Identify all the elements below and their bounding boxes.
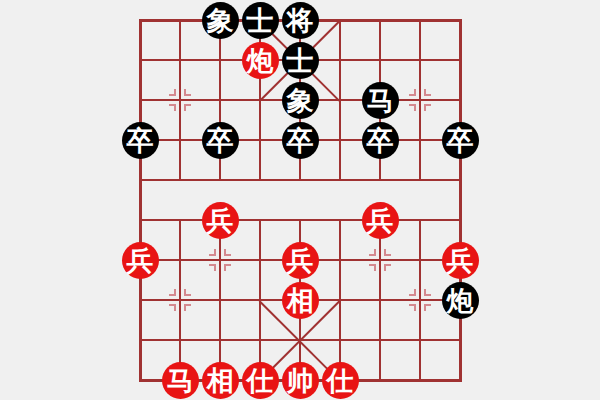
point-marker [409, 304, 416, 311]
piece-red-cannon[interactable]: 炮 [242, 42, 279, 79]
point-marker [169, 104, 176, 111]
piece-black-soldier[interactable]: 卒 [362, 122, 399, 159]
piece-black-advisor[interactable]: 士 [282, 42, 319, 79]
piece-black-soldier[interactable]: 卒 [202, 122, 239, 159]
piece-black-general[interactable]: 将 [282, 2, 319, 39]
point-marker [184, 89, 191, 96]
point-marker [184, 304, 191, 311]
piece-black-elephant[interactable]: 象 [202, 2, 239, 39]
point-marker [209, 249, 216, 256]
point-marker [369, 249, 376, 256]
piece-red-soldier[interactable]: 兵 [362, 202, 399, 239]
point-marker [384, 264, 391, 271]
piece-black-advisor[interactable]: 士 [242, 2, 279, 39]
grid-line-horizontal [140, 179, 460, 181]
point-marker [169, 289, 176, 296]
point-marker [169, 89, 176, 96]
piece-red-elephant[interactable]: 相 [282, 282, 319, 319]
point-marker [409, 289, 416, 296]
point-marker [424, 289, 431, 296]
point-marker [169, 304, 176, 311]
piece-black-elephant[interactable]: 象 [282, 82, 319, 119]
point-marker [424, 89, 431, 96]
piece-red-soldier[interactable]: 兵 [442, 242, 479, 279]
piece-red-soldier[interactable]: 兵 [202, 202, 239, 239]
point-marker [424, 304, 431, 311]
point-marker [184, 104, 191, 111]
point-marker [224, 249, 231, 256]
point-marker [409, 89, 416, 96]
piece-black-soldier[interactable]: 卒 [442, 122, 479, 159]
point-marker [409, 104, 416, 111]
point-marker [224, 264, 231, 271]
piece-red-advisor[interactable]: 仕 [322, 362, 359, 399]
piece-red-advisor[interactable]: 仕 [242, 362, 279, 399]
piece-black-horse[interactable]: 马 [362, 82, 399, 119]
piece-black-cannon[interactable]: 炮 [442, 282, 479, 319]
xiangqi-board[interactable]: 象士将士象马卒卒卒卒卒炮炮兵兵兵兵兵相马相仕帅仕 [0, 0, 600, 400]
piece-black-soldier[interactable]: 卒 [282, 122, 319, 159]
piece-red-elephant[interactable]: 相 [202, 362, 239, 399]
piece-red-horse[interactable]: 马 [162, 362, 199, 399]
point-marker [424, 104, 431, 111]
piece-red-soldier[interactable]: 兵 [282, 242, 319, 279]
point-marker [384, 249, 391, 256]
point-marker [369, 264, 376, 271]
piece-red-soldier[interactable]: 兵 [122, 242, 159, 279]
piece-black-soldier[interactable]: 卒 [122, 122, 159, 159]
grid-line-horizontal [140, 219, 460, 221]
piece-red-general[interactable]: 帅 [282, 362, 319, 399]
point-marker [184, 289, 191, 296]
point-marker [209, 264, 216, 271]
